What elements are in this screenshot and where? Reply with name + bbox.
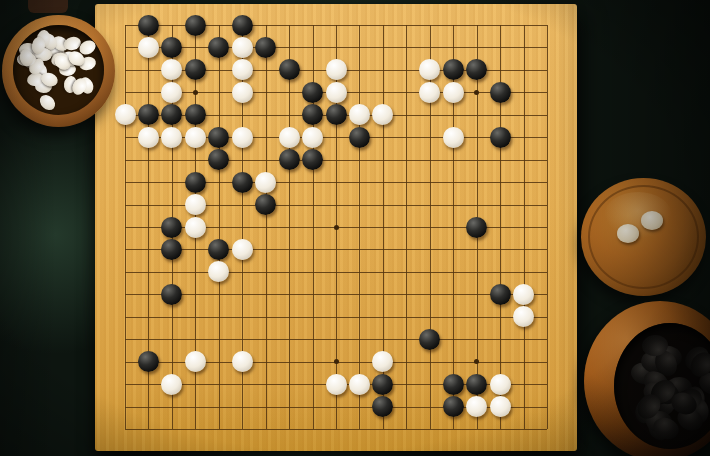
stone-white[interactable] — [302, 127, 323, 148]
stone-black[interactable] — [302, 149, 323, 170]
stone-black[interactable] — [161, 37, 182, 58]
stone-black[interactable] — [326, 104, 347, 125]
stone-black[interactable] — [279, 59, 300, 80]
captured-white-stone — [641, 211, 663, 230]
stone-white[interactable] — [161, 127, 182, 148]
board-grid[interactable] — [125, 25, 547, 429]
star-point — [474, 90, 479, 95]
stone-white[interactable] — [138, 37, 159, 58]
stone-white[interactable] — [279, 127, 300, 148]
stone-black[interactable] — [419, 329, 440, 350]
stone-black[interactable] — [302, 104, 323, 125]
stone-black[interactable] — [208, 239, 229, 260]
stone-black[interactable] — [443, 374, 464, 395]
stone-white[interactable] — [349, 374, 370, 395]
grid-line-horizontal — [125, 249, 547, 250]
stone-white[interactable] — [232, 37, 253, 58]
grid-line-horizontal — [125, 317, 547, 318]
stone-black[interactable] — [490, 127, 511, 148]
stone-black[interactable] — [255, 194, 276, 215]
star-point — [334, 359, 339, 364]
stone-black[interactable] — [349, 127, 370, 148]
go-game-scene — [0, 0, 710, 456]
grid-line-vertical — [524, 25, 525, 429]
star-point — [334, 225, 339, 230]
stone-white[interactable] — [232, 351, 253, 372]
stone-black[interactable] — [490, 284, 511, 305]
stone-white[interactable] — [326, 82, 347, 103]
stone-black[interactable] — [232, 172, 253, 193]
black-bowl-interior — [614, 323, 710, 449]
stone-white[interactable] — [419, 82, 440, 103]
stone-black[interactable] — [466, 374, 487, 395]
stone-black[interactable] — [161, 104, 182, 125]
stone-black[interactable] — [208, 149, 229, 170]
star-point — [474, 359, 479, 364]
stone-black[interactable] — [138, 104, 159, 125]
background-furniture — [28, 0, 68, 13]
grid-line-horizontal — [125, 429, 547, 430]
stone-white[interactable] — [349, 104, 370, 125]
stone-black[interactable] — [443, 396, 464, 417]
stone-white[interactable] — [490, 396, 511, 417]
captured-white-stone — [617, 224, 639, 243]
stone-white[interactable] — [419, 59, 440, 80]
stone-white[interactable] — [161, 374, 182, 395]
stone-black[interactable] — [302, 82, 323, 103]
white-bowl-interior — [13, 25, 104, 115]
stone-black[interactable] — [208, 37, 229, 58]
stone-white[interactable] — [490, 374, 511, 395]
bowl-lid — [581, 178, 706, 296]
stone-black[interactable] — [279, 149, 300, 170]
stone-black[interactable] — [443, 59, 464, 80]
stone-black[interactable] — [490, 82, 511, 103]
stone-white[interactable] — [138, 127, 159, 148]
stone-black[interactable] — [185, 15, 206, 36]
stone-white[interactable] — [232, 59, 253, 80]
stone-black[interactable] — [138, 15, 159, 36]
stone-white[interactable] — [161, 59, 182, 80]
grid-line-vertical — [547, 25, 548, 429]
stone-black[interactable] — [161, 239, 182, 260]
stone-black[interactable] — [208, 127, 229, 148]
stone-white[interactable] — [185, 194, 206, 215]
stone-black[interactable] — [372, 374, 393, 395]
stone-black[interactable] — [232, 15, 253, 36]
stone-white[interactable] — [255, 172, 276, 193]
stone-white[interactable] — [443, 127, 464, 148]
stone-white[interactable] — [443, 82, 464, 103]
stone-black[interactable] — [161, 284, 182, 305]
grid-line-vertical — [359, 25, 360, 429]
stone-white[interactable] — [372, 351, 393, 372]
stone-black[interactable] — [372, 396, 393, 417]
stone-white[interactable] — [232, 127, 253, 148]
stone-black[interactable] — [185, 172, 206, 193]
grid-line-horizontal — [125, 294, 547, 295]
grid-line-vertical — [406, 25, 407, 429]
stone-black[interactable] — [161, 217, 182, 238]
white-stone-bowl — [2, 15, 115, 127]
stone-white[interactable] — [185, 217, 206, 238]
stone-black[interactable] — [185, 59, 206, 80]
stone-black[interactable] — [185, 104, 206, 125]
stone-black[interactable] — [466, 59, 487, 80]
star-point — [193, 90, 198, 95]
stone-white[interactable] — [185, 127, 206, 148]
stone-white[interactable] — [326, 59, 347, 80]
stone-white[interactable] — [513, 284, 534, 305]
stone-black[interactable] — [255, 37, 276, 58]
bowl-stone-white — [37, 92, 58, 113]
stone-black[interactable] — [466, 217, 487, 238]
stone-white[interactable] — [232, 82, 253, 103]
grid-line-horizontal — [125, 339, 547, 340]
stone-white[interactable] — [208, 261, 229, 282]
stone-white[interactable] — [372, 104, 393, 125]
stone-white[interactable] — [232, 239, 253, 260]
stone-white[interactable] — [466, 396, 487, 417]
stone-white[interactable] — [513, 306, 534, 327]
stone-white[interactable] — [185, 351, 206, 372]
grid-line-horizontal — [125, 272, 547, 273]
stone-white[interactable] — [115, 104, 136, 125]
stone-white[interactable] — [326, 374, 347, 395]
go-board[interactable] — [95, 4, 577, 451]
stone-black[interactable] — [138, 351, 159, 372]
stone-white[interactable] — [161, 82, 182, 103]
